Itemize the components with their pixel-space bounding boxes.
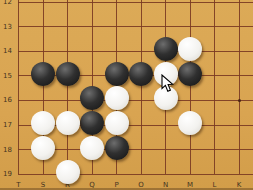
go-stone-black-M15 (178, 62, 202, 86)
go-stone-black-P18 (105, 136, 129, 160)
grid-line-horizontal-14 (18, 51, 253, 52)
go-stone-black-Q16 (80, 86, 104, 110)
grid-line-horizontal-13 (18, 26, 253, 27)
row-label-16: 16 (0, 95, 15, 105)
go-stone-black-O15 (129, 62, 153, 86)
grid-line-horizontal-12 (18, 2, 253, 3)
mouse-cursor-icon (161, 74, 174, 93)
go-stone-white-M17 (178, 111, 202, 135)
grid-line-horizontal-16 (18, 100, 253, 101)
go-board[interactable]: 1213141516171819TSRQPONMLK (0, 0, 253, 190)
go-stone-white-S18 (31, 136, 55, 160)
row-label-17: 17 (0, 120, 15, 130)
go-stone-black-Q17 (80, 111, 104, 135)
row-label-19: 19 (0, 169, 15, 179)
row-label-18: 18 (0, 145, 15, 155)
go-stone-white-P17 (105, 111, 129, 135)
go-stone-white-S17 (31, 111, 55, 135)
row-label-14: 14 (0, 46, 15, 56)
row-label-12: 12 (0, 0, 15, 7)
go-stone-white-R17 (56, 111, 80, 135)
go-stone-white-M14 (178, 37, 202, 61)
row-label-13: 13 (0, 22, 15, 32)
go-stone-white-R19 (56, 160, 80, 184)
go-stone-black-R15 (56, 62, 80, 86)
window-bottom-edge (0, 188, 253, 190)
go-stone-black-N14 (154, 37, 178, 61)
go-stone-white-P16 (105, 86, 129, 110)
row-label-15: 15 (0, 71, 15, 81)
go-stone-black-S15 (31, 62, 55, 86)
star-point-K16 (238, 99, 241, 102)
go-stone-black-P15 (105, 62, 129, 86)
grid-line-horizontal-19 (18, 174, 253, 175)
go-stone-white-Q18 (80, 136, 104, 160)
